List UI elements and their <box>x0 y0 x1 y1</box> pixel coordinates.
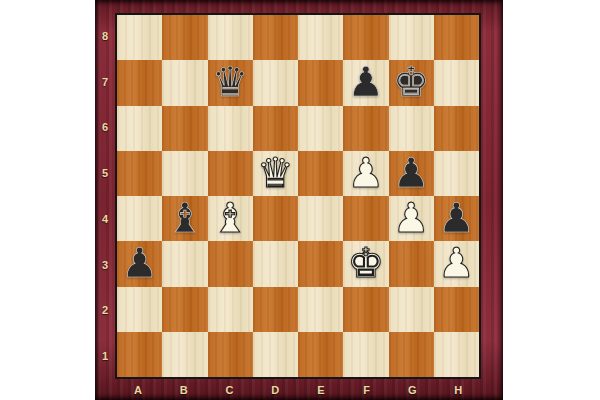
square-b5[interactable] <box>162 151 207 196</box>
white-pawn[interactable]: ♟ <box>438 243 475 284</box>
square-f2[interactable] <box>343 287 388 332</box>
white-bishop[interactable]: ♝ <box>212 198 249 239</box>
black-king[interactable]: ♚ <box>393 62 430 103</box>
file-label-b: B <box>161 379 207 400</box>
square-d8[interactable] <box>253 15 298 60</box>
square-h4[interactable]: ♟ <box>434 196 479 241</box>
rank-label-3: 3 <box>95 242 115 288</box>
square-e6[interactable] <box>298 106 343 151</box>
square-g6[interactable] <box>389 106 434 151</box>
square-e1[interactable] <box>298 332 343 377</box>
square-c3[interactable] <box>208 241 253 286</box>
rank-labels: 87654321 <box>95 13 115 379</box>
square-b6[interactable] <box>162 106 207 151</box>
square-a4[interactable] <box>117 196 162 241</box>
square-e7[interactable] <box>298 60 343 105</box>
square-e8[interactable] <box>298 15 343 60</box>
square-a2[interactable] <box>117 287 162 332</box>
square-b2[interactable] <box>162 287 207 332</box>
white-pawn[interactable]: ♟ <box>393 198 430 239</box>
square-c4[interactable]: ♝ <box>208 196 253 241</box>
square-e2[interactable] <box>298 287 343 332</box>
white-pawn[interactable]: ♟ <box>347 153 384 194</box>
rank-label-4: 4 <box>95 196 115 242</box>
square-d5[interactable]: ♛ <box>253 151 298 196</box>
chess-board[interactable]: ♛♟♚♛♟♟♝♝♟♟♟♚♟ <box>115 13 481 379</box>
square-g8[interactable] <box>389 15 434 60</box>
square-e4[interactable] <box>298 196 343 241</box>
rank-label-2: 2 <box>95 288 115 334</box>
square-a7[interactable] <box>117 60 162 105</box>
square-g2[interactable] <box>389 287 434 332</box>
square-d1[interactable] <box>253 332 298 377</box>
square-e5[interactable] <box>298 151 343 196</box>
rank-label-5: 5 <box>95 150 115 196</box>
square-c6[interactable] <box>208 106 253 151</box>
board-frame: 87654321 ABCDEFGH ♛♟♚♛♟♟♝♝♟♟♟♚♟ <box>95 0 503 400</box>
square-g3[interactable] <box>389 241 434 286</box>
white-king[interactable]: ♚ <box>347 243 384 284</box>
file-label-e: E <box>298 379 344 400</box>
square-a3[interactable]: ♟ <box>117 241 162 286</box>
page-background: 87654321 ABCDEFGH ♛♟♚♛♟♟♝♝♟♟♟♚♟ <box>0 0 600 400</box>
file-label-f: F <box>344 379 390 400</box>
black-queen[interactable]: ♛ <box>212 62 249 103</box>
black-bishop[interactable]: ♝ <box>166 198 203 239</box>
square-g1[interactable] <box>389 332 434 377</box>
square-d4[interactable] <box>253 196 298 241</box>
square-a8[interactable] <box>117 15 162 60</box>
file-labels: ABCDEFGH <box>115 379 481 400</box>
square-c8[interactable] <box>208 15 253 60</box>
square-b1[interactable] <box>162 332 207 377</box>
rank-label-7: 7 <box>95 59 115 105</box>
square-d2[interactable] <box>253 287 298 332</box>
square-f6[interactable] <box>343 106 388 151</box>
square-c2[interactable] <box>208 287 253 332</box>
square-c5[interactable] <box>208 151 253 196</box>
white-queen[interactable]: ♛ <box>257 153 294 194</box>
square-g5[interactable]: ♟ <box>389 151 434 196</box>
square-g7[interactable]: ♚ <box>389 60 434 105</box>
square-f4[interactable] <box>343 196 388 241</box>
square-b7[interactable] <box>162 60 207 105</box>
black-pawn[interactable]: ♟ <box>121 243 158 284</box>
square-a1[interactable] <box>117 332 162 377</box>
square-a6[interactable] <box>117 106 162 151</box>
square-h3[interactable]: ♟ <box>434 241 479 286</box>
file-label-g: G <box>390 379 436 400</box>
file-label-a: A <box>115 379 161 400</box>
square-f3[interactable]: ♚ <box>343 241 388 286</box>
rank-label-1: 1 <box>95 333 115 379</box>
square-c7[interactable]: ♛ <box>208 60 253 105</box>
square-b3[interactable] <box>162 241 207 286</box>
square-b4[interactable]: ♝ <box>162 196 207 241</box>
rank-label-6: 6 <box>95 105 115 151</box>
square-f8[interactable] <box>343 15 388 60</box>
file-label-c: C <box>207 379 253 400</box>
square-a5[interactable] <box>117 151 162 196</box>
square-h7[interactable] <box>434 60 479 105</box>
rank-label-8: 8 <box>95 13 115 59</box>
square-d3[interactable] <box>253 241 298 286</box>
black-pawn[interactable]: ♟ <box>393 153 430 194</box>
file-label-h: H <box>435 379 481 400</box>
square-h2[interactable] <box>434 287 479 332</box>
square-g4[interactable]: ♟ <box>389 196 434 241</box>
square-b8[interactable] <box>162 15 207 60</box>
square-h8[interactable] <box>434 15 479 60</box>
black-pawn[interactable]: ♟ <box>438 198 475 239</box>
square-h6[interactable] <box>434 106 479 151</box>
square-d6[interactable] <box>253 106 298 151</box>
square-d7[interactable] <box>253 60 298 105</box>
square-f5[interactable]: ♟ <box>343 151 388 196</box>
square-f7[interactable]: ♟ <box>343 60 388 105</box>
square-f1[interactable] <box>343 332 388 377</box>
file-label-d: D <box>252 379 298 400</box>
square-h5[interactable] <box>434 151 479 196</box>
black-pawn[interactable]: ♟ <box>347 62 384 103</box>
square-c1[interactable] <box>208 332 253 377</box>
square-h1[interactable] <box>434 332 479 377</box>
square-e3[interactable] <box>298 241 343 286</box>
